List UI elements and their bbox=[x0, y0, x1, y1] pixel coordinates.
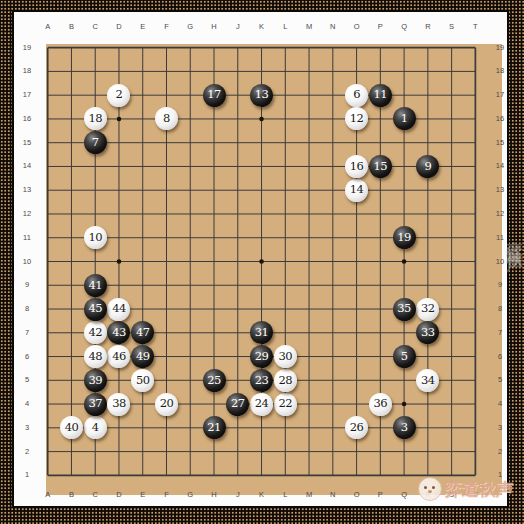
white-stone-6-O17: 6 bbox=[345, 84, 368, 107]
coord-bottom-C: C bbox=[93, 491, 98, 499]
white-stone-32-R8: 32 bbox=[416, 298, 439, 321]
coord-right-5: 5 bbox=[498, 377, 502, 385]
coord-bottom-E: E bbox=[140, 491, 145, 499]
black-stone-1-Q16: 1 bbox=[393, 107, 416, 130]
black-stone-21-H3: 21 bbox=[203, 416, 226, 439]
coord-bottom-B: B bbox=[69, 491, 74, 499]
coord-top-Q: Q bbox=[401, 23, 407, 31]
coord-left-10: 10 bbox=[23, 258, 31, 266]
white-stone-30-L6: 30 bbox=[274, 345, 297, 368]
black-stone-25-H5: 25 bbox=[203, 369, 226, 392]
white-stone-10-C11: 10 bbox=[84, 226, 107, 249]
coord-right-3: 3 bbox=[498, 424, 502, 432]
coord-right-2: 2 bbox=[498, 448, 502, 456]
coord-bottom-N: N bbox=[330, 491, 335, 499]
coord-top-E: E bbox=[140, 23, 145, 31]
black-stone-27-J4: 27 bbox=[226, 393, 249, 416]
black-stone-37-C4: 37 bbox=[84, 393, 107, 416]
coord-right-13: 13 bbox=[496, 186, 504, 194]
mascot-eye-icon bbox=[432, 486, 435, 489]
coord-top-F: F bbox=[164, 23, 169, 31]
black-stone-5-Q6: 5 bbox=[393, 345, 416, 368]
coord-left-17: 17 bbox=[23, 91, 31, 99]
white-stone-44-D8: 44 bbox=[107, 298, 130, 321]
white-stone-34-R5: 34 bbox=[416, 369, 439, 392]
coord-right-12: 12 bbox=[496, 210, 504, 218]
coord-bottom-A: A bbox=[45, 491, 50, 499]
coord-top-T: T bbox=[473, 23, 478, 31]
mascot-face-icon bbox=[418, 477, 442, 501]
coord-top-O: O bbox=[354, 23, 360, 31]
coord-top-J: J bbox=[236, 23, 240, 31]
coord-bottom-D: D bbox=[116, 491, 121, 499]
coord-left-6: 6 bbox=[25, 353, 29, 361]
coord-right-16: 16 bbox=[496, 115, 504, 123]
coord-right-14: 14 bbox=[496, 163, 504, 171]
coord-left-7: 7 bbox=[25, 329, 29, 337]
black-stone-45-C8: 45 bbox=[84, 298, 107, 321]
coord-right-15: 15 bbox=[496, 139, 504, 147]
mascot-beak-icon bbox=[428, 490, 432, 493]
coord-left-11: 11 bbox=[23, 234, 31, 242]
black-stone-3-Q3: 3 bbox=[393, 416, 416, 439]
white-stone-14-O13: 14 bbox=[345, 179, 368, 202]
white-stone-38-D4: 38 bbox=[107, 393, 130, 416]
coord-right-17: 17 bbox=[496, 91, 504, 99]
coord-right-6: 6 bbox=[498, 353, 502, 361]
coord-right-8: 8 bbox=[498, 305, 502, 313]
black-stone-17-H17: 17 bbox=[203, 84, 226, 107]
white-stone-24-K4: 24 bbox=[250, 393, 273, 416]
white-stone-20-F4: 20 bbox=[155, 393, 178, 416]
coord-bottom-K: K bbox=[259, 491, 264, 499]
watermark-text: 弈道秋声 bbox=[444, 478, 514, 501]
black-stone-13-K17: 13 bbox=[250, 84, 273, 107]
coord-top-C: C bbox=[93, 23, 98, 31]
coord-right-10: 10 bbox=[496, 258, 504, 266]
coord-left-19: 19 bbox=[23, 44, 31, 52]
coord-left-3: 3 bbox=[25, 424, 29, 432]
coord-top-G: G bbox=[187, 23, 193, 31]
coord-top-P: P bbox=[378, 23, 383, 31]
coord-left-4: 4 bbox=[25, 400, 29, 408]
coord-bottom-J: J bbox=[236, 491, 240, 499]
black-stone-7-C15: 7 bbox=[84, 131, 107, 154]
white-stone-28-L5: 28 bbox=[274, 369, 297, 392]
coord-left-16: 16 bbox=[23, 115, 31, 123]
coord-right-18: 18 bbox=[496, 68, 504, 76]
coord-bottom-G: G bbox=[187, 491, 193, 499]
black-stone-29-K6: 29 bbox=[250, 345, 273, 368]
coord-right-11: 11 bbox=[496, 234, 504, 242]
coord-left-5: 5 bbox=[25, 377, 29, 385]
watermark: 弈道秋声 bbox=[418, 474, 518, 504]
mascot-eye-icon bbox=[424, 486, 427, 489]
coord-bottom-Q: Q bbox=[401, 491, 407, 499]
coord-top-N: N bbox=[330, 23, 335, 31]
go-diagram-stage: AABBCCDDEEFFGGHHJJKKLLMMNNOOPPQQRRSSTT19… bbox=[0, 0, 524, 524]
coord-left-15: 15 bbox=[23, 139, 31, 147]
black-stone-19-Q11: 19 bbox=[393, 226, 416, 249]
white-stone-42-C7: 42 bbox=[84, 321, 107, 344]
coord-bottom-L: L bbox=[283, 491, 287, 499]
coord-right-19: 19 bbox=[496, 44, 504, 52]
coord-bottom-M: M bbox=[306, 491, 312, 499]
black-stone-11-P17: 11 bbox=[369, 84, 392, 107]
black-stone-23-K5: 23 bbox=[250, 369, 273, 392]
black-stone-39-C5: 39 bbox=[84, 369, 107, 392]
coord-top-S: S bbox=[449, 23, 454, 31]
go-board bbox=[46, 44, 502, 495]
coord-bottom-F: F bbox=[164, 491, 169, 499]
watermark-vertical-text: 弈道秋声 bbox=[504, 226, 524, 246]
white-stone-16-O14: 16 bbox=[345, 155, 368, 178]
white-stone-2-D17: 2 bbox=[107, 84, 130, 107]
coord-bottom-H: H bbox=[211, 491, 216, 499]
coord-top-A: A bbox=[45, 23, 50, 31]
coord-left-14: 14 bbox=[23, 163, 31, 171]
coord-top-K: K bbox=[259, 23, 264, 31]
black-stone-35-Q8: 35 bbox=[393, 298, 416, 321]
white-stone-4-C3: 4 bbox=[84, 416, 107, 439]
coord-top-H: H bbox=[211, 23, 216, 31]
coord-top-D: D bbox=[116, 23, 121, 31]
coord-left-13: 13 bbox=[23, 186, 31, 194]
coord-right-7: 7 bbox=[498, 329, 502, 337]
coord-right-4: 4 bbox=[498, 400, 502, 408]
white-stone-50-E5: 50 bbox=[131, 369, 154, 392]
coord-left-9: 9 bbox=[25, 282, 29, 290]
coord-left-2: 2 bbox=[25, 448, 29, 456]
coord-bottom-P: P bbox=[378, 491, 383, 499]
coord-left-12: 12 bbox=[23, 210, 31, 218]
white-stone-22-L4: 22 bbox=[274, 393, 297, 416]
coord-top-M: M bbox=[306, 23, 312, 31]
coord-left-8: 8 bbox=[25, 305, 29, 313]
black-stone-15-P14: 15 bbox=[369, 155, 392, 178]
coord-left-18: 18 bbox=[23, 68, 31, 76]
coord-left-1: 1 bbox=[25, 472, 29, 480]
coord-bottom-O: O bbox=[354, 491, 360, 499]
coord-right-9: 9 bbox=[498, 282, 502, 290]
coord-top-B: B bbox=[69, 23, 74, 31]
coord-top-R: R bbox=[425, 23, 430, 31]
white-stone-48-C6: 48 bbox=[84, 345, 107, 368]
coord-top-L: L bbox=[283, 23, 287, 31]
black-stone-41-C9: 41 bbox=[84, 274, 107, 297]
white-stone-36-P4: 36 bbox=[369, 393, 392, 416]
